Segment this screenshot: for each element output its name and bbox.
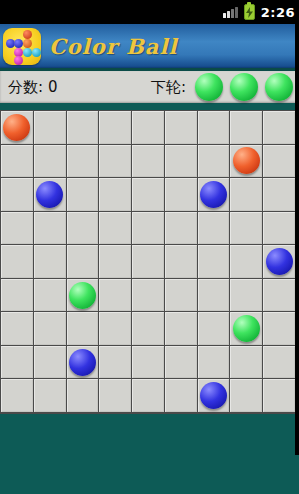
board-cell[interactable] — [263, 245, 296, 279]
icon-ball-blue — [6, 39, 15, 48]
ball-blue[interactable] — [36, 181, 63, 208]
board-cell[interactable] — [165, 245, 198, 279]
board-cell[interactable] — [165, 212, 198, 246]
board — [0, 110, 296, 414]
board-cell[interactable] — [165, 111, 198, 145]
board-cell[interactable] — [132, 379, 165, 413]
board-cell[interactable] — [263, 379, 296, 413]
icon-ball-cyan — [32, 48, 41, 57]
board-cell[interactable] — [1, 346, 34, 380]
board-cell[interactable] — [198, 178, 231, 212]
icon-ball-blue — [14, 39, 23, 48]
board-cell[interactable] — [132, 245, 165, 279]
board-cell[interactable] — [99, 279, 132, 313]
board-cell[interactable] — [132, 312, 165, 346]
board-cell[interactable] — [263, 145, 296, 179]
board-cell[interactable] — [67, 245, 100, 279]
icon-ball-magenta — [14, 48, 23, 57]
board-cell[interactable] — [99, 379, 132, 413]
next-ball-green — [265, 73, 293, 101]
board-cell[interactable] — [34, 312, 67, 346]
ball-blue[interactable] — [200, 382, 227, 409]
next-ball-green — [195, 73, 223, 101]
board-cell[interactable] — [132, 111, 165, 145]
board-cell[interactable] — [263, 111, 296, 145]
board-cell[interactable] — [165, 279, 198, 313]
board-cell[interactable] — [230, 145, 263, 179]
board-cell[interactable] — [230, 212, 263, 246]
score-bar: 分数: 0 下轮: — [0, 71, 299, 103]
board-cell[interactable] — [67, 312, 100, 346]
board-cell[interactable] — [34, 346, 67, 380]
board-cell[interactable] — [230, 312, 263, 346]
board-cell[interactable] — [132, 145, 165, 179]
score-display: 分数: 0 — [8, 78, 58, 97]
board-cell[interactable] — [99, 111, 132, 145]
score-label: 分数: — [8, 78, 43, 97]
board-cell[interactable] — [230, 379, 263, 413]
board-cell[interactable] — [263, 312, 296, 346]
board-cell[interactable] — [34, 111, 67, 145]
board-cell[interactable] — [230, 346, 263, 380]
board-cell[interactable] — [1, 245, 34, 279]
board-cell[interactable] — [198, 111, 231, 145]
board-cell[interactable] — [263, 178, 296, 212]
board-cell[interactable] — [132, 346, 165, 380]
board-cell[interactable] — [99, 346, 132, 380]
board-cell[interactable] — [1, 379, 34, 413]
board-cell[interactable] — [263, 212, 296, 246]
board-cell[interactable] — [198, 145, 231, 179]
board-cell[interactable] — [67, 178, 100, 212]
app-title: Color Ball — [49, 34, 177, 59]
score-value: 0 — [48, 78, 58, 96]
android-status-bar: 2:26 — [0, 0, 299, 24]
board-cell[interactable] — [99, 178, 132, 212]
board-cell[interactable] — [198, 379, 231, 413]
board-cell[interactable] — [1, 279, 34, 313]
ball-blue[interactable] — [266, 248, 293, 275]
board-cell[interactable] — [263, 279, 296, 313]
color-balls-grid-icon — [3, 28, 41, 65]
board-cell[interactable] — [198, 312, 231, 346]
board-cell[interactable] — [67, 111, 100, 145]
next-ball-green — [230, 73, 258, 101]
board-cell[interactable] — [165, 178, 198, 212]
board-cell[interactable] — [230, 111, 263, 145]
board-cell[interactable] — [67, 346, 100, 380]
board-cell[interactable] — [99, 245, 132, 279]
board-cell[interactable] — [1, 178, 34, 212]
board-cell[interactable] — [165, 312, 198, 346]
board-cell[interactable] — [198, 279, 231, 313]
ball-blue[interactable] — [69, 349, 96, 376]
board-cell[interactable] — [34, 379, 67, 413]
board-cell[interactable] — [67, 379, 100, 413]
next-label: 下轮: — [151, 78, 186, 97]
icon-ball-cyan — [23, 48, 32, 57]
board-cell[interactable] — [67, 212, 100, 246]
app-screen: 2:26 Color Ball 分数: 0 下轮: — [0, 0, 299, 494]
board-cell[interactable] — [165, 379, 198, 413]
board-cell[interactable] — [230, 279, 263, 313]
board-cell[interactable] — [132, 212, 165, 246]
icon-ball-magenta — [14, 56, 23, 65]
icon-ball-orange — [23, 39, 32, 48]
ball-green[interactable] — [233, 315, 260, 342]
board-cell[interactable] — [198, 212, 231, 246]
board-cell[interactable] — [99, 212, 132, 246]
screen-edge-strip — [295, 0, 299, 455]
board-area — [0, 110, 299, 414]
board-cell[interactable] — [263, 346, 296, 380]
ball-blue[interactable] — [200, 181, 227, 208]
board-cell[interactable] — [165, 145, 198, 179]
board-cell[interactable] — [99, 312, 132, 346]
board-cell[interactable] — [132, 178, 165, 212]
board-cell[interactable] — [67, 279, 100, 313]
board-cell[interactable] — [67, 145, 100, 179]
board-cell[interactable] — [132, 279, 165, 313]
ball-green[interactable] — [69, 282, 96, 309]
board-cell[interactable] — [1, 312, 34, 346]
ball-red[interactable] — [3, 114, 30, 141]
board-cell[interactable] — [1, 145, 34, 179]
board-cell[interactable] — [34, 245, 67, 279]
board-cell[interactable] — [1, 212, 34, 246]
title-bar: Color Ball — [0, 24, 299, 68]
board-cell[interactable] — [230, 245, 263, 279]
ball-red[interactable] — [233, 147, 260, 174]
board-cell[interactable] — [198, 346, 231, 380]
battery-charging-icon — [244, 4, 255, 20]
signal-strength-icon — [223, 6, 238, 18]
board-cell[interactable] — [165, 346, 198, 380]
board-cell[interactable] — [34, 178, 67, 212]
board-cell[interactable] — [198, 245, 231, 279]
board-cell[interactable] — [34, 145, 67, 179]
board-cell[interactable] — [34, 212, 67, 246]
icon-ball-red — [23, 30, 32, 39]
board-cell[interactable] — [230, 178, 263, 212]
board-cell[interactable] — [34, 279, 67, 313]
status-clock: 2:26 — [261, 5, 297, 20]
next-balls-preview: 下轮: — [151, 73, 293, 101]
board-cell[interactable] — [99, 145, 132, 179]
board-cell[interactable] — [1, 111, 34, 145]
